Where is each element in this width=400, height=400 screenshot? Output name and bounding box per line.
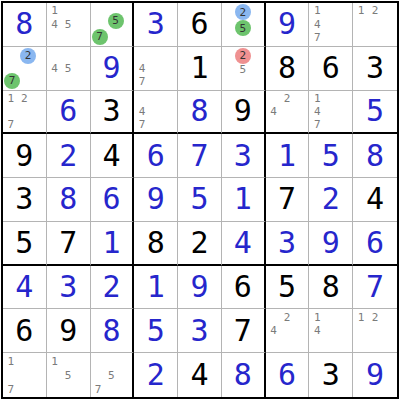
cell-r3c7[interactable]: 24 — [266, 91, 310, 135]
cell-r2c8[interactable]: 6 — [309, 47, 353, 91]
cell-r6c8[interactable]: 9 — [309, 222, 353, 266]
candidate-7: 7 — [4, 73, 20, 89]
solved-digit: 7 — [190, 141, 208, 171]
candidate-4: 4 — [310, 105, 324, 118]
cell-r7c9[interactable]: 7 — [353, 266, 397, 310]
candidate-1: 1 — [48, 354, 62, 368]
cell-r3c1[interactable]: 127 — [3, 91, 47, 135]
given-digit: 2 — [190, 228, 208, 258]
given-digit: 7 — [59, 228, 77, 258]
candidate-5: 5 — [235, 20, 251, 36]
cell-r3c8[interactable]: 147 — [309, 91, 353, 135]
solved-digit: 2 — [322, 184, 340, 214]
candidate-1: 1 — [310, 4, 324, 18]
solved-digit: 6 — [366, 228, 384, 258]
candidate-4: 4 — [267, 324, 281, 338]
highlight-blue-circle: 2 — [235, 4, 251, 20]
solved-digit: 7 — [366, 272, 384, 302]
cell-r1c2[interactable]: 145 — [47, 3, 91, 47]
candidate-7: 7 — [92, 382, 105, 396]
cell-r2c4[interactable]: 47 — [134, 47, 178, 91]
cell-r2c3[interactable]: 9 — [91, 47, 135, 91]
solved-digit: 9 — [102, 53, 120, 83]
cell-r9c8[interactable]: 3 — [309, 353, 353, 397]
cell-r2c1[interactable]: 27 — [3, 47, 47, 91]
candidate-1: 1 — [354, 310, 368, 324]
candidate-1: 1 — [354, 4, 368, 18]
cell-r3c3[interactable]: 3 — [91, 91, 135, 135]
cell-r5c1[interactable]: 3 — [3, 178, 47, 222]
candidate-2: 2 — [20, 48, 36, 64]
cell-r4c2[interactable]: 2 — [47, 134, 91, 178]
cell-r7c8[interactable]: 8 — [309, 266, 353, 310]
solved-digit: 1 — [234, 184, 252, 214]
cell-r7c2[interactable]: 3 — [47, 266, 91, 310]
given-digit: 9 — [234, 96, 252, 126]
candidate-grid: 12 — [354, 310, 396, 351]
solved-digit: 5 — [322, 141, 340, 171]
cell-r2c9[interactable]: 3 — [353, 47, 397, 91]
cell-r7c3[interactable]: 2 — [91, 266, 135, 310]
cell-r1c5[interactable]: 6 — [178, 3, 222, 47]
cell-r2c7[interactable]: 8 — [266, 47, 310, 91]
cell-r7c4[interactable]: 1 — [134, 266, 178, 310]
solved-digit: 6 — [102, 184, 120, 214]
candidate-grid: 17 — [4, 354, 45, 396]
solved-digit: 1 — [102, 228, 120, 258]
candidate-2: 2 — [235, 48, 251, 64]
candidate-grid: 127 — [4, 92, 45, 132]
given-digit: 8 — [322, 272, 340, 302]
cell-r3c4[interactable]: 47 — [134, 91, 178, 135]
cell-r1c6[interactable]: 25 — [222, 3, 266, 47]
cell-r5c7[interactable]: 7 — [266, 178, 310, 222]
solved-digit: 8 — [234, 360, 252, 390]
candidate-grid: 12 — [354, 4, 396, 45]
cell-r9c7[interactable]: 6 — [266, 353, 310, 397]
candidate-1: 1 — [310, 310, 324, 324]
candidate-grid: 57 — [92, 354, 132, 396]
candidate-4: 4 — [48, 18, 62, 32]
candidate-7: 7 — [310, 31, 324, 45]
candidate-grid: 147 — [310, 4, 351, 45]
candidate-1: 1 — [4, 354, 18, 368]
cell-r8c4[interactable]: 5 — [134, 309, 178, 353]
cell-r5c2[interactable]: 8 — [47, 178, 91, 222]
cell-r9c3[interactable]: 57 — [91, 353, 135, 397]
candidate-grid: 57 — [92, 4, 132, 45]
candidate-grid: 27 — [4, 48, 45, 89]
given-digit: 3 — [15, 184, 33, 214]
candidate-grid: 15 — [48, 354, 89, 396]
given-digit: 3 — [322, 360, 340, 390]
given-digit: 3 — [366, 53, 384, 83]
solved-digit: 9 — [322, 228, 340, 258]
solved-digit: 1 — [278, 141, 296, 171]
solved-digit: 3 — [190, 316, 208, 346]
highlight-green-circle: 5 — [235, 20, 251, 36]
cell-r6c2[interactable]: 7 — [47, 222, 91, 266]
cell-r5c5[interactable]: 5 — [178, 178, 222, 222]
cell-r8c9[interactable]: 12 — [353, 309, 397, 353]
given-digit: 5 — [15, 228, 33, 258]
cell-r2c2[interactable]: 45 — [47, 47, 91, 91]
given-digit: 5 — [278, 272, 296, 302]
candidate-grid: 47 — [135, 92, 176, 132]
cell-r6c5[interactable]: 2 — [178, 222, 222, 266]
solved-digit: 3 — [278, 228, 296, 258]
cell-r3c2[interactable]: 6 — [47, 91, 91, 135]
candidate-1: 1 — [4, 92, 18, 105]
cell-r3c6[interactable]: 9 — [222, 91, 266, 135]
cell-r1c7[interactable]: 9 — [266, 3, 310, 47]
given-digit: 3 — [102, 96, 120, 126]
solved-digit: 6 — [147, 141, 165, 171]
cell-r1c9[interactable]: 12 — [353, 3, 397, 47]
cell-r1c8[interactable]: 147 — [309, 3, 353, 47]
candidate-1: 1 — [48, 4, 62, 18]
cell-r8c5[interactable]: 3 — [178, 309, 222, 353]
solved-digit: 6 — [278, 360, 296, 390]
given-digit: 6 — [234, 272, 252, 302]
given-digit: 6 — [190, 9, 208, 39]
cell-r2c5[interactable]: 1 — [178, 47, 222, 91]
solved-digit: 5 — [190, 184, 208, 214]
highlight-red-circle: 2 — [235, 48, 251, 64]
cell-r2c6[interactable]: 25 — [222, 47, 266, 91]
cell-r5c9[interactable]: 4 — [353, 178, 397, 222]
cell-r4c5[interactable]: 7 — [178, 134, 222, 178]
candidate-7: 7 — [4, 382, 18, 396]
cell-r6c4[interactable]: 8 — [134, 222, 178, 266]
cell-r4c3[interactable]: 4 — [91, 134, 135, 178]
solved-digit: 8 — [59, 184, 77, 214]
highlight-green-circle: 7 — [4, 73, 20, 89]
given-digit: 9 — [15, 141, 33, 171]
candidate-5: 5 — [61, 368, 75, 382]
cell-r8c2[interactable]: 9 — [47, 309, 91, 353]
cell-r8c1[interactable]: 6 — [3, 309, 47, 353]
given-digit: 7 — [278, 184, 296, 214]
given-digit: 4 — [366, 184, 384, 214]
solved-digit: 4 — [234, 228, 252, 258]
solved-digit: 6 — [59, 96, 77, 126]
cell-r9c1[interactable]: 17 — [3, 353, 47, 397]
cell-r4c6[interactable]: 3 — [222, 134, 266, 178]
candidate-7: 7 — [4, 118, 18, 131]
cell-r4c4[interactable]: 6 — [134, 134, 178, 178]
given-digit: 4 — [190, 360, 208, 390]
cell-r9c5[interactable]: 4 — [178, 353, 222, 397]
given-digit: 7 — [234, 316, 252, 346]
cell-r5c6[interactable]: 1 — [222, 178, 266, 222]
given-digit: 6 — [322, 53, 340, 83]
cell-r8c8[interactable]: 14 — [309, 309, 353, 353]
candidate-grid: 24 — [267, 310, 308, 351]
solved-digit: 8 — [190, 96, 208, 126]
candidate-grid: 25 — [223, 4, 263, 45]
solved-digit: 2 — [59, 141, 77, 171]
candidate-5: 5 — [235, 64, 251, 76]
cell-r7c7[interactable]: 5 — [266, 266, 310, 310]
cell-r6c6[interactable]: 4 — [222, 222, 266, 266]
highlight-green-circle: 7 — [92, 29, 108, 45]
candidate-2: 2 — [235, 4, 251, 20]
solved-digit: 5 — [147, 316, 165, 346]
cell-r6c9[interactable]: 6 — [353, 222, 397, 266]
candidate-5: 5 — [105, 368, 118, 382]
cell-r4c1[interactable]: 9 — [3, 134, 47, 178]
candidate-1: 1 — [310, 92, 324, 105]
cell-r4c7[interactable]: 1 — [266, 134, 310, 178]
candidate-4: 4 — [135, 61, 149, 75]
candidate-2: 2 — [280, 92, 294, 105]
given-digit: 4 — [102, 141, 120, 171]
candidate-4: 4 — [267, 105, 281, 118]
solved-digit: 8 — [102, 316, 120, 346]
solved-digit: 2 — [102, 272, 120, 302]
solved-digit: 9 — [366, 360, 384, 390]
candidate-4: 4 — [310, 18, 324, 32]
candidate-5: 5 — [61, 18, 75, 32]
candidate-grid: 147 — [310, 92, 351, 132]
cell-r1c3[interactable]: 57 — [91, 3, 135, 47]
candidate-7: 7 — [135, 75, 149, 89]
cell-r7c1[interactable]: 4 — [3, 266, 47, 310]
given-digit: 8 — [147, 228, 165, 258]
cell-r6c3[interactable]: 1 — [91, 222, 135, 266]
candidate-4: 4 — [310, 324, 324, 338]
solved-digit: 2 — [147, 360, 165, 390]
candidate-4: 4 — [135, 105, 149, 118]
cell-r7c5[interactable]: 9 — [178, 266, 222, 310]
given-digit: 6 — [15, 316, 33, 346]
candidate-2: 2 — [368, 4, 382, 18]
candidate-7: 7 — [310, 118, 324, 131]
cell-r4c8[interactable]: 5 — [309, 134, 353, 178]
cell-r5c3[interactable]: 6 — [91, 178, 135, 222]
solved-digit: 3 — [59, 272, 77, 302]
solved-digit: 8 — [15, 9, 33, 39]
cell-r9c9[interactable]: 9 — [353, 353, 397, 397]
cell-r9c6[interactable]: 8 — [222, 353, 266, 397]
candidate-grid: 25 — [223, 48, 263, 89]
cell-r8c3[interactable]: 8 — [91, 309, 135, 353]
cell-r5c8[interactable]: 2 — [309, 178, 353, 222]
cell-r1c4[interactable]: 3 — [134, 3, 178, 47]
cell-r1c1[interactable]: 8 — [3, 3, 47, 47]
cell-r5c4[interactable]: 9 — [134, 178, 178, 222]
sudoku-board: 8145573625914712274594712586312763478924… — [1, 1, 399, 399]
candidate-5: 5 — [61, 61, 75, 75]
solved-digit: 9 — [190, 272, 208, 302]
candidate-grid: 145 — [48, 4, 89, 45]
candidate-7: 7 — [92, 29, 108, 45]
cell-r8c7[interactable]: 24 — [266, 309, 310, 353]
candidate-2: 2 — [280, 310, 294, 324]
solved-digit: 8 — [366, 141, 384, 171]
candidate-4: 4 — [48, 61, 62, 75]
cell-r6c1[interactable]: 5 — [3, 222, 47, 266]
cell-r6c7[interactable]: 3 — [266, 222, 310, 266]
solved-digit: 3 — [147, 9, 165, 39]
cell-r3c9[interactable]: 5 — [353, 91, 397, 135]
candidate-2: 2 — [368, 310, 382, 324]
solved-digit: 5 — [366, 96, 384, 126]
solved-digit: 9 — [278, 9, 296, 39]
solved-digit: 3 — [234, 141, 252, 171]
given-digit: 9 — [59, 316, 77, 346]
candidate-grid: 14 — [310, 310, 351, 351]
candidate-5: 5 — [108, 13, 124, 29]
candidate-grid: 47 — [135, 48, 176, 89]
candidate-2: 2 — [18, 92, 32, 105]
solved-digit: 1 — [147, 272, 165, 302]
solved-digit: 9 — [147, 184, 165, 214]
highlight-blue-circle: 2 — [20, 48, 36, 64]
candidate-grid: 45 — [48, 48, 89, 89]
candidate-7: 7 — [135, 118, 149, 131]
given-digit: 8 — [278, 53, 296, 83]
given-digit: 1 — [190, 53, 208, 83]
cell-r3c5[interactable]: 8 — [178, 91, 222, 135]
cell-r7c6[interactable]: 6 — [222, 266, 266, 310]
cell-r8c6[interactable]: 7 — [222, 309, 266, 353]
cell-r4c9[interactable]: 8 — [353, 134, 397, 178]
highlight-green-circle: 5 — [108, 13, 124, 29]
cell-r9c4[interactable]: 2 — [134, 353, 178, 397]
solved-digit: 4 — [15, 272, 33, 302]
candidate-grid: 24 — [267, 92, 308, 132]
cell-r9c2[interactable]: 15 — [47, 353, 91, 397]
